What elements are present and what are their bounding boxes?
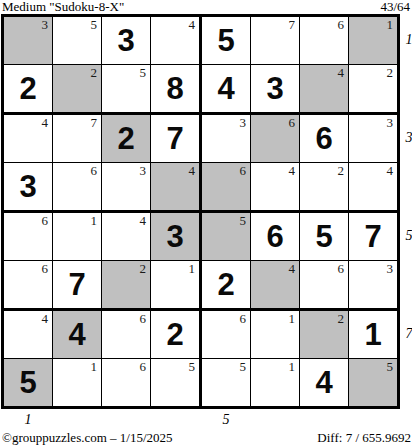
pencil-hint: 3 bbox=[42, 17, 49, 32]
pencil-hint: 6 bbox=[140, 311, 147, 326]
given-digit: 4 bbox=[315, 365, 332, 401]
cell-r7c8[interactable]: 1 bbox=[349, 311, 397, 359]
pencil-hint: 2 bbox=[338, 163, 345, 178]
cell-r6c6[interactable]: 4 bbox=[251, 261, 300, 311]
puzzle-title: Medium "Sudoku-8-X" bbox=[2, 0, 124, 13]
pencil-hint: 5 bbox=[387, 359, 394, 374]
given-digit: 2 bbox=[217, 267, 234, 303]
pencil-hint: 1 bbox=[289, 359, 296, 374]
pencil-hint: 3 bbox=[140, 163, 147, 178]
cell-r2c1[interactable]: 2 bbox=[4, 65, 53, 115]
given-digit: 2 bbox=[117, 121, 134, 157]
cell-r4c6[interactable]: 4 bbox=[251, 163, 300, 213]
given-digit: 7 bbox=[166, 121, 183, 157]
cell-r1c3[interactable]: 3 bbox=[102, 17, 151, 65]
cell-r4c4[interactable]: 4 bbox=[151, 163, 202, 213]
pencil-hint: 1 bbox=[91, 213, 98, 228]
cell-r7c4[interactable]: 2 bbox=[151, 311, 202, 359]
cell-r4c7[interactable]: 2 bbox=[300, 163, 349, 213]
cell-r6c3[interactable]: 2 bbox=[102, 261, 151, 311]
pencil-hint: 4 bbox=[387, 163, 394, 178]
cell-r3c3[interactable]: 2 bbox=[102, 115, 151, 163]
pencil-hint: 6 bbox=[338, 17, 345, 32]
header: Medium "Sudoku-8-X" 43/64 bbox=[2, 0, 410, 13]
pencil-hint: 4 bbox=[189, 163, 196, 178]
pencil-hint: 2 bbox=[91, 65, 98, 80]
cell-r3c5[interactable]: 3 bbox=[202, 115, 251, 163]
given-digit: 4 bbox=[68, 317, 85, 353]
pencil-hint: 4 bbox=[42, 115, 49, 130]
pencil-hint: 1 bbox=[289, 311, 296, 326]
col-label-5: 5 bbox=[218, 412, 234, 428]
given-digit: 3 bbox=[266, 71, 283, 107]
cell-r4c3[interactable]: 3 bbox=[102, 163, 151, 213]
pencil-hint: 1 bbox=[387, 17, 394, 32]
footer: ©grouppuzzles.com – 1/15/2025 Diff: 7 / … bbox=[2, 431, 411, 445]
given-digit: 8 bbox=[166, 71, 183, 107]
given-digit: 3 bbox=[19, 169, 36, 205]
pencil-hint: 6 bbox=[42, 213, 49, 228]
pencil-hint: 6 bbox=[140, 359, 147, 374]
cell-r4c1[interactable]: 3 bbox=[4, 163, 53, 213]
pencil-hint: 4 bbox=[338, 65, 345, 80]
pencil-hint: 7 bbox=[91, 115, 98, 130]
cell-r7c6[interactable]: 1 bbox=[251, 311, 300, 359]
cell-r4c2[interactable]: 6 bbox=[53, 163, 102, 213]
pencil-hint: 5 bbox=[140, 65, 147, 80]
copyright-text: ©grouppuzzles.com – 1/15/2025 bbox=[2, 431, 173, 445]
cell-r6c4[interactable]: 1 bbox=[151, 261, 202, 311]
cell-r1c4[interactable]: 4 bbox=[151, 17, 202, 65]
given-digit: 5 bbox=[217, 23, 234, 59]
cell-r2c7[interactable]: 4 bbox=[300, 65, 349, 115]
cell-r6c7[interactable]: 6 bbox=[300, 261, 349, 311]
cell-r3c8[interactable]: 3 bbox=[349, 115, 397, 163]
cell-r3c1[interactable]: 4 bbox=[4, 115, 53, 163]
cell-r5c2[interactable]: 1 bbox=[53, 213, 102, 261]
pencil-hint: 2 bbox=[387, 65, 394, 80]
given-digit: 3 bbox=[117, 23, 134, 59]
cell-r3c7[interactable]: 6 bbox=[300, 115, 349, 163]
cell-r8c7[interactable]: 4 bbox=[300, 359, 349, 406]
cell-r7c1[interactable]: 4 bbox=[4, 311, 53, 359]
cell-r2c8[interactable]: 2 bbox=[349, 65, 397, 115]
pencil-hint: 1 bbox=[91, 359, 98, 374]
cell-r1c1[interactable]: 3 bbox=[4, 17, 53, 65]
given-digit: 5 bbox=[19, 365, 36, 401]
row-label-7: 7 bbox=[401, 326, 412, 342]
difficulty-text: Diff: 7 / 655.9692 bbox=[317, 431, 411, 445]
cell-r2c6[interactable]: 3 bbox=[251, 65, 300, 115]
cell-r8c3[interactable]: 6 bbox=[102, 359, 151, 406]
pencil-hint: 6 bbox=[289, 115, 296, 130]
given-digit: 4 bbox=[217, 71, 234, 107]
cell-r5c5[interactable]: 5 bbox=[202, 213, 251, 261]
pencil-hint: 6 bbox=[240, 311, 247, 326]
given-digit: 2 bbox=[19, 71, 36, 107]
cell-r5c8[interactable]: 7 bbox=[349, 213, 397, 261]
cell-r2c4[interactable]: 8 bbox=[151, 65, 202, 115]
cell-r3c6[interactable]: 6 bbox=[251, 115, 300, 163]
given-digit: 6 bbox=[266, 219, 283, 255]
given-digit: 3 bbox=[166, 219, 183, 255]
cell-r6c2[interactable]: 7 bbox=[53, 261, 102, 311]
puzzle-page: { "game": "sudoku-8x8-x", "header": { "t… bbox=[0, 0, 412, 447]
cell-r4c8[interactable]: 4 bbox=[349, 163, 397, 213]
pencil-hint: 2 bbox=[140, 261, 147, 276]
sudoku-board: 3534576122584342472736633634642461435657… bbox=[1, 14, 400, 409]
col-label-1: 1 bbox=[20, 412, 36, 428]
cell-r7c7[interactable]: 2 bbox=[300, 311, 349, 359]
cell-r5c6[interactable]: 6 bbox=[251, 213, 300, 261]
cell-r1c7[interactable]: 6 bbox=[300, 17, 349, 65]
cell-r7c5[interactable]: 6 bbox=[202, 311, 251, 359]
pencil-hint: 6 bbox=[91, 163, 98, 178]
pencil-hint: 1 bbox=[189, 261, 196, 276]
cell-r1c6[interactable]: 7 bbox=[251, 17, 300, 65]
pencil-hint: 5 bbox=[189, 359, 196, 374]
cell-r7c3[interactable]: 6 bbox=[102, 311, 151, 359]
cell-r5c4[interactable]: 3 bbox=[151, 213, 202, 261]
cell-r3c2[interactable]: 7 bbox=[53, 115, 102, 163]
cell-r8c8[interactable]: 5 bbox=[349, 359, 397, 406]
cell-r6c1[interactable]: 6 bbox=[4, 261, 53, 311]
given-digit: 2 bbox=[166, 317, 183, 353]
pencil-hint: 4 bbox=[42, 311, 49, 326]
pencil-hint: 4 bbox=[289, 261, 296, 276]
pencil-hint: 6 bbox=[338, 261, 345, 276]
cell-r1c5[interactable]: 5 bbox=[202, 17, 251, 65]
given-digit: 6 bbox=[315, 121, 332, 157]
pencil-hint: 5 bbox=[91, 17, 98, 32]
cell-r1c8[interactable]: 1 bbox=[349, 17, 397, 65]
pencil-hint: 5 bbox=[240, 359, 247, 374]
cell-r2c5[interactable]: 4 bbox=[202, 65, 251, 115]
pencil-hint: 6 bbox=[42, 261, 49, 276]
cell-r8c4[interactable]: 5 bbox=[151, 359, 202, 406]
row-label-1: 1 bbox=[401, 32, 412, 48]
given-digit: 1 bbox=[364, 317, 381, 353]
row-label-5: 5 bbox=[401, 228, 412, 244]
pencil-hint: 3 bbox=[387, 261, 394, 276]
row-label-3: 3 bbox=[401, 130, 412, 146]
cell-r7c2[interactable]: 4 bbox=[53, 311, 102, 359]
cell-r8c2[interactable]: 1 bbox=[53, 359, 102, 406]
pencil-hint: 4 bbox=[140, 213, 147, 228]
cell-r1c2[interactable]: 5 bbox=[53, 17, 102, 65]
pencil-hint: 3 bbox=[240, 115, 247, 130]
cell-r6c8[interactable]: 3 bbox=[349, 261, 397, 311]
pencil-hint: 4 bbox=[189, 17, 196, 32]
cells-remaining-counter: 43/64 bbox=[380, 0, 410, 13]
pencil-hint: 4 bbox=[289, 163, 296, 178]
cell-r2c2[interactable]: 2 bbox=[53, 65, 102, 115]
cell-r4c5[interactable]: 6 bbox=[202, 163, 251, 213]
cell-r8c1[interactable]: 5 bbox=[4, 359, 53, 406]
given-digit: 7 bbox=[364, 219, 381, 255]
cell-r8c6[interactable]: 1 bbox=[251, 359, 300, 406]
cell-r6c5[interactable]: 2 bbox=[202, 261, 251, 311]
given-digit: 7 bbox=[68, 267, 85, 303]
pencil-hint: 2 bbox=[338, 311, 345, 326]
pencil-hint: 7 bbox=[289, 17, 296, 32]
cell-r5c7[interactable]: 5 bbox=[300, 213, 349, 261]
cell-r5c3[interactable]: 4 bbox=[102, 213, 151, 261]
pencil-hint: 5 bbox=[240, 213, 247, 228]
cell-r8c5[interactable]: 5 bbox=[202, 359, 251, 406]
given-digit: 5 bbox=[315, 219, 332, 255]
cell-r3c4[interactable]: 7 bbox=[151, 115, 202, 163]
cell-r2c3[interactable]: 5 bbox=[102, 65, 151, 115]
pencil-hint: 3 bbox=[387, 115, 394, 130]
cell-r5c1[interactable]: 6 bbox=[4, 213, 53, 261]
pencil-hint: 6 bbox=[240, 163, 247, 178]
